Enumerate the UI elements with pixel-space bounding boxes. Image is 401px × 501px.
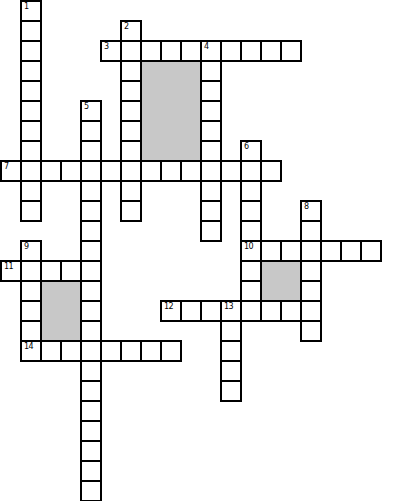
cell-r18c4[interactable]: [80, 360, 102, 382]
cell-r8c7[interactable]: [140, 160, 162, 182]
cell-r14c12[interactable]: [240, 280, 262, 302]
cell-r16c15[interactable]: [300, 320, 322, 342]
cell-r8c9[interactable]: [180, 160, 202, 182]
cell-r14c1[interactable]: [20, 280, 42, 302]
cell-r6c6[interactable]: [120, 120, 142, 142]
cell-r5c6[interactable]: [120, 100, 142, 122]
cell-r15c11[interactable]: [220, 300, 242, 322]
cell-r12c4[interactable]: [80, 240, 102, 262]
cell-r5c1[interactable]: [20, 100, 42, 122]
cell-r17c7[interactable]: [140, 340, 162, 362]
cell-r1c6[interactable]: [120, 20, 142, 42]
cell-r17c1[interactable]: [20, 340, 42, 362]
cell-r7c4[interactable]: [80, 140, 102, 162]
cell-r9c4[interactable]: [80, 180, 102, 202]
cell-r12c1[interactable]: [20, 240, 42, 262]
cell-r4c1[interactable]: [20, 80, 42, 102]
cell-r16c4[interactable]: [80, 320, 102, 342]
cell-r17c2[interactable]: [40, 340, 62, 362]
cell-r8c2[interactable]: [40, 160, 62, 182]
image-placeholder-2: [42, 282, 80, 340]
cell-r11c4[interactable]: [80, 220, 102, 242]
cell-r12c14[interactable]: [280, 240, 302, 262]
cell-r21c4[interactable]: [80, 420, 102, 442]
cell-r9c1[interactable]: [20, 180, 42, 202]
cell-r2c1[interactable]: [20, 40, 42, 62]
cell-r15c4[interactable]: [80, 300, 102, 322]
cell-r11c10[interactable]: [200, 220, 222, 242]
cell-r13c12[interactable]: [240, 260, 262, 282]
cell-r2c13[interactable]: [260, 40, 282, 62]
cell-r17c5[interactable]: [100, 340, 122, 362]
cell-r9c10[interactable]: [200, 180, 222, 202]
image-placeholder-3: [262, 262, 300, 300]
cell-r12c13[interactable]: [260, 240, 282, 262]
cell-r10c4[interactable]: [80, 200, 102, 222]
cell-r6c10[interactable]: [200, 120, 222, 142]
cell-r20c4[interactable]: [80, 400, 102, 422]
cell-r2c12[interactable]: [240, 40, 262, 62]
cell-r15c10[interactable]: [200, 300, 222, 322]
cell-r8c13[interactable]: [260, 160, 282, 182]
cell-r5c10[interactable]: [200, 100, 222, 122]
cell-r13c15[interactable]: [300, 260, 322, 282]
cell-r8c3[interactable]: [60, 160, 82, 182]
cell-r10c6[interactable]: [120, 200, 142, 222]
cell-r23c4[interactable]: [80, 460, 102, 482]
cell-r8c0[interactable]: [0, 160, 22, 182]
cell-r14c15[interactable]: [300, 280, 322, 302]
cell-r15c1[interactable]: [20, 300, 42, 322]
cell-r9c12[interactable]: [240, 180, 262, 202]
cell-r17c4[interactable]: [80, 340, 102, 362]
cell-r7c6[interactable]: [120, 140, 142, 162]
cell-r24c4[interactable]: [80, 480, 102, 501]
cell-r19c11[interactable]: [220, 380, 242, 402]
cell-r12c12[interactable]: [240, 240, 262, 262]
cell-r13c3[interactable]: [60, 260, 82, 282]
cell-r15c13[interactable]: [260, 300, 282, 322]
cell-r19c4[interactable]: [80, 380, 102, 402]
cell-r15c15[interactable]: [300, 300, 322, 322]
cell-r15c9[interactable]: [180, 300, 202, 322]
cell-r13c4[interactable]: [80, 260, 102, 282]
cell-r2c6[interactable]: [120, 40, 142, 62]
cell-r8c5[interactable]: [100, 160, 122, 182]
cell-r2c5[interactable]: [100, 40, 122, 62]
cell-r2c11[interactable]: [220, 40, 242, 62]
cell-r2c9[interactable]: [180, 40, 202, 62]
cell-r9c6[interactable]: [120, 180, 142, 202]
cell-r14c4[interactable]: [80, 280, 102, 302]
cell-r5c4[interactable]: [80, 100, 102, 122]
cell-r2c7[interactable]: [140, 40, 162, 62]
cell-r13c2[interactable]: [40, 260, 62, 282]
cell-r12c17[interactable]: [340, 240, 362, 262]
cell-r17c6[interactable]: [120, 340, 142, 362]
cell-r17c11[interactable]: [220, 340, 242, 362]
cell-r10c12[interactable]: [240, 200, 262, 222]
cell-r8c1[interactable]: [20, 160, 42, 182]
cell-r15c12[interactable]: [240, 300, 262, 322]
cell-r15c8[interactable]: [160, 300, 182, 322]
crossword-board: 1234567891011121314: [0, 0, 401, 501]
cell-r8c4[interactable]: [80, 160, 102, 182]
cell-r4c10[interactable]: [200, 80, 222, 102]
cell-r17c8[interactable]: [160, 340, 182, 362]
cell-r8c12[interactable]: [240, 160, 262, 182]
cell-r2c8[interactable]: [160, 40, 182, 62]
cell-r6c1[interactable]: [20, 120, 42, 142]
cell-r17c3[interactable]: [60, 340, 82, 362]
cell-r12c16[interactable]: [320, 240, 342, 262]
cell-r10c1[interactable]: [20, 200, 42, 222]
cell-r3c10[interactable]: [200, 60, 222, 82]
cell-r2c14[interactable]: [280, 40, 302, 62]
cell-r8c8[interactable]: [160, 160, 182, 182]
cell-r0c1[interactable]: [20, 0, 42, 22]
cell-r4c6[interactable]: [120, 80, 142, 102]
image-placeholder-1: [142, 62, 200, 160]
cell-r13c0[interactable]: [0, 260, 22, 282]
cell-r10c15[interactable]: [300, 200, 322, 222]
cell-r18c11[interactable]: [220, 360, 242, 382]
cell-r15c14[interactable]: [280, 300, 302, 322]
cell-r10c10[interactable]: [200, 200, 222, 222]
cell-r12c18[interactable]: [360, 240, 382, 262]
cell-r6c4[interactable]: [80, 120, 102, 142]
cell-r3c1[interactable]: [20, 60, 42, 82]
cell-r7c1[interactable]: [20, 140, 42, 162]
cell-r3c6[interactable]: [120, 60, 142, 82]
cell-r2c10[interactable]: [200, 40, 222, 62]
cell-r11c12[interactable]: [240, 220, 262, 242]
cell-r1c1[interactable]: [20, 20, 42, 42]
cell-r8c6[interactable]: [120, 160, 142, 182]
cell-r22c4[interactable]: [80, 440, 102, 462]
cell-r13c1[interactable]: [20, 260, 42, 282]
cell-r8c11[interactable]: [220, 160, 242, 182]
cell-r12c15[interactable]: [300, 240, 322, 262]
cell-r11c15[interactable]: [300, 220, 322, 242]
cell-r16c11[interactable]: [220, 320, 242, 342]
cell-r8c10[interactable]: [200, 160, 222, 182]
cell-r7c10[interactable]: [200, 140, 222, 162]
cell-r16c1[interactable]: [20, 320, 42, 342]
cell-r7c12[interactable]: [240, 140, 262, 162]
